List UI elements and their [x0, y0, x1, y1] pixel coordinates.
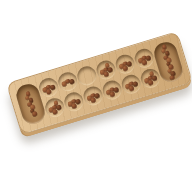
pit-top-5[interactable]	[113, 52, 137, 76]
seed	[75, 99, 81, 105]
product-photo-background	[0, 0, 192, 170]
pit-bottom-1[interactable]	[43, 96, 67, 120]
seed	[127, 61, 133, 67]
pit-top-3[interactable]	[75, 64, 99, 88]
seed	[71, 103, 77, 109]
pit-bottom-2[interactable]	[62, 90, 86, 114]
seed	[133, 81, 139, 87]
seed	[142, 60, 148, 66]
seed	[61, 81, 67, 87]
seed	[69, 78, 75, 84]
pit-bottom-5[interactable]	[119, 72, 143, 96]
seed	[146, 55, 152, 61]
seed	[52, 109, 58, 115]
seed	[103, 72, 109, 78]
pit-bottom-3[interactable]	[81, 84, 105, 108]
pit-top-6[interactable]	[132, 46, 156, 70]
pit-bottom-4[interactable]	[100, 78, 124, 102]
seed	[114, 87, 120, 93]
seed	[46, 89, 52, 95]
seed	[90, 97, 96, 103]
pit-top-4[interactable]	[94, 58, 118, 82]
seed	[148, 80, 154, 86]
seed	[110, 92, 116, 98]
mancala-board	[6, 31, 192, 135]
seed	[32, 111, 38, 117]
seed	[123, 66, 129, 72]
pit-top-2[interactable]	[56, 70, 80, 94]
seed	[94, 93, 100, 99]
seed	[169, 74, 175, 80]
seed	[50, 84, 56, 90]
seed	[129, 86, 135, 92]
